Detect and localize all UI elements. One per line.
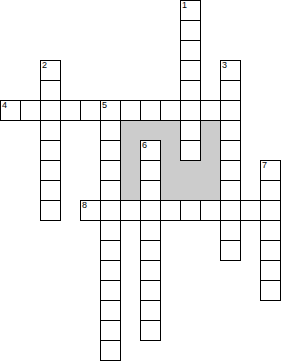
- grid-cell[interactable]: [100, 320, 121, 341]
- grid-cell[interactable]: [140, 280, 161, 301]
- grid-cell[interactable]: 7: [260, 160, 281, 181]
- shaded-cell: [120, 140, 141, 161]
- grid-cell[interactable]: [120, 200, 141, 221]
- grid-cell[interactable]: [100, 160, 121, 181]
- grid-cell[interactable]: [100, 180, 121, 201]
- grid-cell[interactable]: [260, 200, 281, 221]
- shaded-cell: [200, 140, 221, 161]
- grid-cell[interactable]: [40, 200, 61, 221]
- grid-cell[interactable]: [40, 120, 61, 141]
- grid-cell[interactable]: [140, 180, 161, 201]
- clue-number: 1: [182, 1, 187, 10]
- grid-cell[interactable]: [180, 60, 201, 81]
- grid-cell[interactable]: 4: [0, 100, 21, 121]
- grid-cell[interactable]: [260, 260, 281, 281]
- shaded-cell: [140, 120, 161, 141]
- grid-cell[interactable]: [220, 120, 241, 141]
- grid-cell[interactable]: [20, 100, 41, 121]
- shaded-cell: [120, 120, 141, 141]
- grid-cell[interactable]: [140, 100, 161, 121]
- clue-number: 7: [262, 161, 267, 170]
- grid-cell[interactable]: [40, 140, 61, 161]
- grid-cell[interactable]: [180, 100, 201, 121]
- grid-cell[interactable]: [140, 320, 161, 341]
- grid-cell[interactable]: [220, 160, 241, 181]
- grid-cell[interactable]: [240, 200, 261, 221]
- crossword-board: 12345678: [0, 0, 281, 361]
- clue-number: 2: [42, 61, 47, 70]
- grid-cell[interactable]: [180, 120, 201, 141]
- grid-cell[interactable]: [180, 140, 201, 161]
- grid-cell[interactable]: [100, 260, 121, 281]
- shaded-cell: [200, 160, 221, 181]
- grid-cell[interactable]: 3: [220, 60, 241, 81]
- shaded-cell: [120, 160, 141, 181]
- grid-cell[interactable]: [140, 260, 161, 281]
- clue-number: 3: [222, 61, 227, 70]
- shaded-cell: [160, 140, 181, 161]
- grid-cell[interactable]: [40, 180, 61, 201]
- grid-cell[interactable]: 6: [140, 140, 161, 161]
- grid-cell[interactable]: [140, 220, 161, 241]
- grid-cell[interactable]: [80, 100, 101, 121]
- grid-cell[interactable]: [260, 220, 281, 241]
- shaded-cell: [180, 180, 201, 201]
- grid-cell[interactable]: 1: [180, 0, 201, 21]
- shaded-cell: [200, 180, 221, 201]
- grid-cell[interactable]: [180, 20, 201, 41]
- grid-cell[interactable]: [220, 240, 241, 261]
- grid-cell[interactable]: [160, 200, 181, 221]
- grid-cell[interactable]: [100, 120, 121, 141]
- grid-cell[interactable]: [120, 100, 141, 121]
- grid-cell[interactable]: [140, 160, 161, 181]
- grid-cell[interactable]: [100, 280, 121, 301]
- shaded-cell: [160, 180, 181, 201]
- shaded-cell: [120, 180, 141, 201]
- grid-cell[interactable]: [100, 300, 121, 321]
- grid-cell[interactable]: [180, 80, 201, 101]
- shaded-cell: [180, 160, 201, 181]
- grid-cell[interactable]: [140, 240, 161, 261]
- grid-cell[interactable]: [100, 340, 121, 361]
- grid-cell[interactable]: [260, 180, 281, 201]
- grid-cell[interactable]: [180, 40, 201, 61]
- grid-cell[interactable]: [100, 200, 121, 221]
- clue-number: 6: [142, 141, 147, 150]
- grid-cell[interactable]: 8: [80, 200, 101, 221]
- grid-cell[interactable]: [40, 100, 61, 121]
- grid-cell[interactable]: 2: [40, 60, 61, 81]
- clue-number: 5: [102, 101, 107, 110]
- grid-cell[interactable]: [160, 100, 181, 121]
- shaded-cell: [200, 120, 221, 141]
- grid-cell[interactable]: [260, 240, 281, 261]
- grid-cell[interactable]: [220, 140, 241, 161]
- grid-cell[interactable]: [220, 100, 241, 121]
- clue-number: 4: [2, 101, 7, 110]
- grid-cell[interactable]: [220, 200, 241, 221]
- grid-cell[interactable]: [140, 200, 161, 221]
- grid-cell[interactable]: [60, 100, 81, 121]
- grid-cell[interactable]: [200, 200, 221, 221]
- grid-cell[interactable]: [180, 200, 201, 221]
- grid-cell[interactable]: [100, 220, 121, 241]
- grid-cell[interactable]: [100, 240, 121, 261]
- grid-cell[interactable]: [220, 180, 241, 201]
- grid-cell[interactable]: [220, 220, 241, 241]
- grid-cell[interactable]: [200, 100, 221, 121]
- grid-cell[interactable]: [100, 140, 121, 161]
- shaded-cell: [160, 160, 181, 181]
- grid-cell[interactable]: [40, 80, 61, 101]
- grid-cell[interactable]: [260, 280, 281, 301]
- grid-cell[interactable]: [220, 80, 241, 101]
- shaded-cell: [160, 120, 181, 141]
- grid-cell[interactable]: 5: [100, 100, 121, 121]
- clue-number: 8: [82, 201, 87, 210]
- grid-cell[interactable]: [40, 160, 61, 181]
- grid-cell[interactable]: [140, 300, 161, 321]
